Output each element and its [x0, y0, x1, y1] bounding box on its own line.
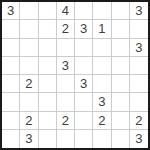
- empty-cell-r6c1[interactable]: [2, 93, 20, 111]
- empty-cell-r3c1[interactable]: [2, 39, 20, 57]
- empty-cell-r8c5[interactable]: [75, 130, 93, 148]
- clue-cell-r5c2: 2: [20, 75, 38, 93]
- clue-cell-r1c8: 3: [130, 2, 148, 20]
- clue-cell-r1c1: 3: [2, 2, 20, 20]
- empty-cell-r3c5[interactable]: [75, 39, 93, 57]
- empty-cell-r7c7[interactable]: [112, 112, 130, 130]
- empty-cell-r1c5[interactable]: [75, 2, 93, 20]
- empty-cell-r8c4[interactable]: [57, 130, 75, 148]
- clue-cell-r7c2: 2: [20, 112, 38, 130]
- empty-cell-r5c6[interactable]: [93, 75, 111, 93]
- empty-cell-r3c3[interactable]: [39, 39, 57, 57]
- empty-cell-r3c4[interactable]: [57, 39, 75, 57]
- empty-cell-r6c2[interactable]: [20, 93, 38, 111]
- clue-cell-r7c4: 2: [57, 112, 75, 130]
- empty-cell-r2c7[interactable]: [112, 20, 130, 38]
- empty-cell-r3c7[interactable]: [112, 39, 130, 57]
- empty-cell-r6c7[interactable]: [112, 93, 130, 111]
- empty-cell-r2c8[interactable]: [130, 20, 148, 38]
- empty-cell-r7c5[interactable]: [75, 112, 93, 130]
- empty-cell-r1c3[interactable]: [39, 2, 57, 20]
- empty-cell-r3c2[interactable]: [20, 39, 38, 57]
- empty-cell-r4c7[interactable]: [112, 57, 130, 75]
- empty-cell-r5c1[interactable]: [2, 75, 20, 93]
- empty-cell-r5c4[interactable]: [57, 75, 75, 93]
- empty-cell-r4c1[interactable]: [2, 57, 20, 75]
- clue-cell-r6c6: 3: [93, 93, 111, 111]
- empty-cell-r5c3[interactable]: [39, 75, 57, 93]
- empty-cell-r2c1[interactable]: [2, 20, 20, 38]
- empty-cell-r6c3[interactable]: [39, 93, 57, 111]
- clue-cell-r7c6: 2: [93, 112, 111, 130]
- clue-cell-r4c4: 3: [57, 57, 75, 75]
- empty-cell-r2c3[interactable]: [39, 20, 57, 38]
- empty-cell-r1c6[interactable]: [93, 2, 111, 20]
- minesweeper-board: 34323133233222233: [0, 0, 150, 150]
- empty-cell-r4c3[interactable]: [39, 57, 57, 75]
- clue-cell-r2c5: 3: [75, 20, 93, 38]
- empty-cell-r3c6[interactable]: [93, 39, 111, 57]
- clue-cell-r7c8: 2: [130, 112, 148, 130]
- empty-cell-r5c7[interactable]: [112, 75, 130, 93]
- empty-cell-r6c4[interactable]: [57, 93, 75, 111]
- empty-cell-r4c8[interactable]: [130, 57, 148, 75]
- empty-cell-r5c8[interactable]: [130, 75, 148, 93]
- empty-cell-r8c6[interactable]: [93, 130, 111, 148]
- empty-cell-r8c7[interactable]: [112, 130, 130, 148]
- empty-cell-r6c8[interactable]: [130, 93, 148, 111]
- clue-cell-r1c4: 4: [57, 2, 75, 20]
- empty-cell-r4c6[interactable]: [93, 57, 111, 75]
- empty-cell-r2c2[interactable]: [20, 20, 38, 38]
- clue-cell-r2c6: 1: [93, 20, 111, 38]
- empty-cell-r4c5[interactable]: [75, 57, 93, 75]
- empty-cell-r4c2[interactable]: [20, 57, 38, 75]
- clue-cell-r8c8: 3: [130, 130, 148, 148]
- empty-cell-r1c2[interactable]: [20, 2, 38, 20]
- clue-cell-r5c5: 3: [75, 75, 93, 93]
- empty-cell-r8c3[interactable]: [39, 130, 57, 148]
- empty-cell-r7c1[interactable]: [2, 112, 20, 130]
- clue-cell-r3c8: 3: [130, 39, 148, 57]
- empty-cell-r6c5[interactable]: [75, 93, 93, 111]
- empty-cell-r1c7[interactable]: [112, 2, 130, 20]
- clue-cell-r2c4: 2: [57, 20, 75, 38]
- empty-cell-r7c3[interactable]: [39, 112, 57, 130]
- clue-cell-r8c2: 3: [20, 130, 38, 148]
- empty-cell-r8c1[interactable]: [2, 130, 20, 148]
